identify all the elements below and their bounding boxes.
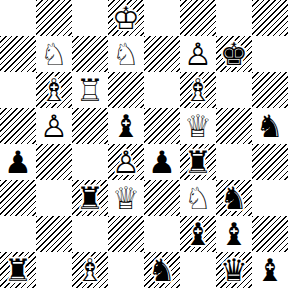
square-h5[interactable]: ♞♞ bbox=[252, 108, 288, 144]
black-pawn-piece[interactable]: ♟ bbox=[144, 144, 180, 180]
square-f1[interactable] bbox=[180, 252, 216, 288]
white-knight-piece[interactable]: ♘ bbox=[108, 36, 144, 72]
square-h2[interactable] bbox=[252, 216, 288, 252]
square-b1[interactable] bbox=[36, 252, 72, 288]
white-pawn-piece[interactable]: ♙ bbox=[36, 108, 72, 144]
white-pawn-piece[interactable]: ♙ bbox=[108, 144, 144, 180]
square-h3[interactable] bbox=[252, 180, 288, 216]
square-d8[interactable]: ♚♔ bbox=[108, 0, 144, 36]
white-queen-piece[interactable]: ♕ bbox=[108, 180, 144, 216]
black-rook-piece[interactable]: ♜ bbox=[180, 144, 216, 180]
white-knight-piece[interactable]: ♘ bbox=[36, 36, 72, 72]
square-a8[interactable] bbox=[0, 0, 36, 36]
square-d6[interactable] bbox=[108, 72, 144, 108]
white-bishop-piece[interactable]: ♗ bbox=[72, 252, 108, 288]
white-queen-piece[interactable]: ♕ bbox=[180, 108, 216, 144]
square-a4[interactable]: ♟♟ bbox=[0, 144, 36, 180]
square-c5[interactable] bbox=[72, 108, 108, 144]
square-b5[interactable]: ♟♙ bbox=[36, 108, 72, 144]
square-f5[interactable]: ♛♕ bbox=[180, 108, 216, 144]
black-knight-piece[interactable]: ♞ bbox=[144, 252, 180, 288]
square-g5[interactable] bbox=[216, 108, 252, 144]
square-d7[interactable]: ♞♘ bbox=[108, 36, 144, 72]
square-a7[interactable] bbox=[0, 36, 36, 72]
square-e6[interactable] bbox=[144, 72, 180, 108]
black-bishop-piece[interactable]: ♝ bbox=[252, 252, 288, 288]
square-e8[interactable] bbox=[144, 0, 180, 36]
square-h4[interactable] bbox=[252, 144, 288, 180]
square-a2[interactable] bbox=[0, 216, 36, 252]
square-a3[interactable] bbox=[0, 180, 36, 216]
square-c6[interactable]: ♜♖ bbox=[72, 72, 108, 108]
black-pawn-piece[interactable]: ♟ bbox=[0, 144, 36, 180]
square-c2[interactable] bbox=[72, 216, 108, 252]
square-c3[interactable]: ♜♜ bbox=[72, 180, 108, 216]
square-c8[interactable] bbox=[72, 0, 108, 36]
black-rook-piece[interactable]: ♜ bbox=[72, 180, 108, 216]
black-bishop-piece[interactable]: ♝ bbox=[180, 216, 216, 252]
square-f7[interactable]: ♟♙ bbox=[180, 36, 216, 72]
square-f8[interactable] bbox=[180, 0, 216, 36]
square-c4[interactable] bbox=[72, 144, 108, 180]
square-g1[interactable]: ♛♛ bbox=[216, 252, 252, 288]
square-g6[interactable] bbox=[216, 72, 252, 108]
square-b2[interactable] bbox=[36, 216, 72, 252]
square-a5[interactable] bbox=[0, 108, 36, 144]
white-bishop-piece[interactable]: ♗ bbox=[180, 72, 216, 108]
black-bishop-piece[interactable]: ♝ bbox=[108, 108, 144, 144]
chess-board: ♚♔♞♘♞♘♟♙♚♚♝♗♜♖♝♗♟♙♝♝♛♕♞♞♟♟♟♙♟♟♜♜♜♜♛♕♞♘♞♞… bbox=[0, 0, 288, 288]
square-d2[interactable] bbox=[108, 216, 144, 252]
square-b6[interactable]: ♝♗ bbox=[36, 72, 72, 108]
black-queen-piece[interactable]: ♛ bbox=[216, 252, 252, 288]
square-h6[interactable] bbox=[252, 72, 288, 108]
square-b8[interactable] bbox=[36, 0, 72, 36]
square-e7[interactable] bbox=[144, 36, 180, 72]
square-g3[interactable]: ♞♞ bbox=[216, 180, 252, 216]
square-e3[interactable] bbox=[144, 180, 180, 216]
square-a6[interactable] bbox=[0, 72, 36, 108]
black-bishop-piece[interactable]: ♝ bbox=[216, 216, 252, 252]
white-pawn-piece[interactable]: ♙ bbox=[180, 36, 216, 72]
white-rook-piece[interactable]: ♖ bbox=[72, 72, 108, 108]
square-d4[interactable]: ♟♙ bbox=[108, 144, 144, 180]
black-knight-piece[interactable]: ♞ bbox=[216, 180, 252, 216]
black-king-piece[interactable]: ♚ bbox=[216, 36, 252, 72]
square-h7[interactable] bbox=[252, 36, 288, 72]
square-h8[interactable] bbox=[252, 0, 288, 36]
square-d5[interactable]: ♝♝ bbox=[108, 108, 144, 144]
square-c1[interactable]: ♝♗ bbox=[72, 252, 108, 288]
square-h1[interactable]: ♝♝ bbox=[252, 252, 288, 288]
white-bishop-piece[interactable]: ♗ bbox=[36, 72, 72, 108]
square-b7[interactable]: ♞♘ bbox=[36, 36, 72, 72]
square-c7[interactable] bbox=[72, 36, 108, 72]
square-e4[interactable]: ♟♟ bbox=[144, 144, 180, 180]
square-f3[interactable]: ♞♘ bbox=[180, 180, 216, 216]
square-d1[interactable] bbox=[108, 252, 144, 288]
square-f6[interactable]: ♝♗ bbox=[180, 72, 216, 108]
square-g4[interactable] bbox=[216, 144, 252, 180]
square-d3[interactable]: ♛♕ bbox=[108, 180, 144, 216]
square-b4[interactable] bbox=[36, 144, 72, 180]
square-e5[interactable] bbox=[144, 108, 180, 144]
square-b3[interactable] bbox=[36, 180, 72, 216]
white-knight-piece[interactable]: ♘ bbox=[180, 180, 216, 216]
black-rook-piece[interactable]: ♜ bbox=[0, 252, 36, 288]
square-g2[interactable]: ♝♝ bbox=[216, 216, 252, 252]
square-e2[interactable] bbox=[144, 216, 180, 252]
square-a1[interactable]: ♜♜ bbox=[0, 252, 36, 288]
square-e1[interactable]: ♞♞ bbox=[144, 252, 180, 288]
square-g7[interactable]: ♚♚ bbox=[216, 36, 252, 72]
white-king-piece[interactable]: ♔ bbox=[108, 0, 144, 36]
black-knight-piece[interactable]: ♞ bbox=[252, 108, 288, 144]
square-g8[interactable] bbox=[216, 0, 252, 36]
chess-board-wrap: ♚♔♞♘♞♘♟♙♚♚♝♗♜♖♝♗♟♙♝♝♛♕♞♞♟♟♟♙♟♟♜♜♜♜♛♕♞♘♞♞… bbox=[0, 0, 288, 288]
square-f2[interactable]: ♝♝ bbox=[180, 216, 216, 252]
square-f4[interactable]: ♜♜ bbox=[180, 144, 216, 180]
